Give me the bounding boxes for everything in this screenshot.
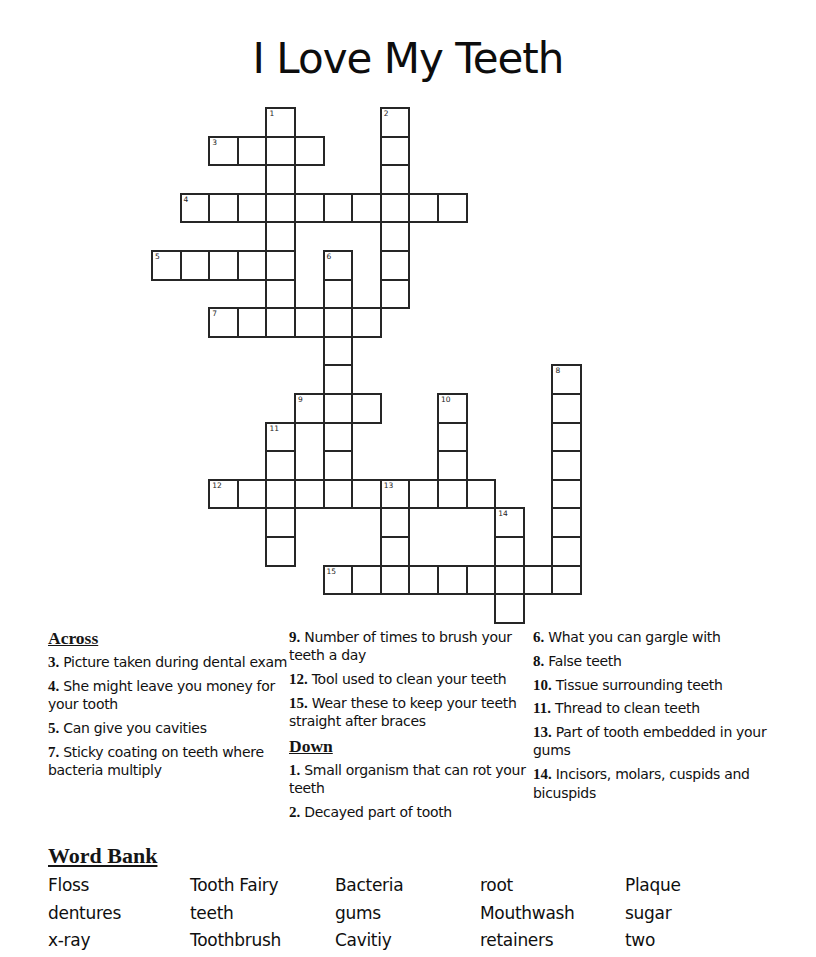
crossword-cell[interactable]: 10: [437, 393, 468, 424]
clues-column-3: 6.What you can gargle with8.False teeth1…: [533, 628, 795, 807]
clue-text: What you can gargle with: [548, 629, 720, 645]
clue-label: 13.: [533, 724, 552, 740]
crossword-cell[interactable]: [323, 307, 354, 338]
crossword-cell[interactable]: [351, 565, 382, 596]
crossword-cell[interactable]: [323, 193, 354, 224]
crossword-cell[interactable]: [237, 136, 268, 167]
crossword-cell[interactable]: [437, 422, 468, 453]
clue-number-14: 14: [498, 509, 508, 518]
crossword-cell[interactable]: [494, 565, 525, 596]
crossword-cell[interactable]: 12: [208, 479, 239, 510]
crossword-cell[interactable]: [323, 393, 354, 424]
clue-across-7: 7.Sticky coating on teeth where bacteria…: [48, 743, 298, 780]
crossword-cell[interactable]: 2: [380, 107, 411, 138]
word-bank-item: Floss: [48, 875, 190, 903]
word-bank-item: Tooth Fairy: [190, 875, 335, 903]
clue-text: Sticky coating on teeth where bacteria m…: [48, 744, 264, 778]
clue-text: Can give you cavities: [63, 720, 206, 736]
clues-column-2: 9.Number of times to brush your teeth a …: [289, 628, 533, 827]
clue-across-4: 4.She might leave you money for your too…: [48, 677, 298, 714]
crossword-cell[interactable]: 8: [551, 364, 582, 395]
word-bank-item: Cavitiy: [335, 930, 480, 957]
crossword-cell[interactable]: [208, 193, 239, 224]
crossword-cell[interactable]: [466, 479, 497, 510]
crossword-cell[interactable]: [180, 250, 211, 281]
clue-text: Decayed part of tooth: [304, 804, 452, 820]
word-bank-item: retainers: [480, 930, 625, 957]
down-heading: Down: [289, 736, 533, 756]
crossword-cell[interactable]: [351, 193, 382, 224]
crossword-cell[interactable]: [265, 164, 296, 195]
crossword-cell[interactable]: 11: [265, 422, 296, 453]
crossword-cell[interactable]: [351, 479, 382, 510]
crossword-cell[interactable]: 7: [208, 307, 239, 338]
crossword-cell[interactable]: [380, 565, 411, 596]
crossword-cell[interactable]: [265, 136, 296, 167]
clue-text: False teeth: [548, 653, 621, 669]
crossword-cell[interactable]: [551, 422, 582, 453]
crossword-cell[interactable]: [265, 450, 296, 481]
crossword-cell[interactable]: [380, 507, 411, 538]
word-bank-item: Mouthwash: [480, 903, 625, 931]
crossword-cell[interactable]: [380, 136, 411, 167]
crossword-cell[interactable]: [551, 393, 582, 424]
clue-text: Tissue surrounding teeth: [556, 677, 723, 693]
clue-label: 8.: [533, 653, 544, 669]
word-bank-item: gums: [335, 903, 480, 931]
word-bank-item: sugar: [625, 903, 778, 931]
clue-label: 2.: [289, 804, 300, 820]
crossword-cell[interactable]: [294, 136, 325, 167]
clue-number-3: 3: [212, 138, 217, 147]
crossword-cell[interactable]: 4: [180, 193, 211, 224]
crossword-cell[interactable]: [294, 479, 325, 510]
clue-down-10: 10.Tissue surrounding teeth: [533, 676, 795, 694]
crossword-cell[interactable]: [237, 250, 268, 281]
clue-text: Picture taken during dental exam: [63, 654, 287, 670]
crossword-cell[interactable]: [351, 393, 382, 424]
clue-down-2: 2.Decayed part of tooth: [289, 803, 533, 821]
clue-across-12: 12.Tool used to clean your teeth: [289, 670, 533, 688]
across-heading: Across: [48, 628, 298, 648]
clue-number-15: 15: [327, 567, 337, 576]
clue-label: 4.: [48, 678, 59, 694]
clue-number-8: 8: [555, 366, 560, 375]
crossword-cell[interactable]: [380, 279, 411, 310]
clue-down-8: 8.False teeth: [533, 652, 795, 670]
clue-across-9: 9.Number of times to brush your teeth a …: [289, 628, 533, 665]
word-bank-item: Toothbrush: [190, 930, 335, 957]
crossword-cell[interactable]: [437, 193, 468, 224]
clue-label: 7.: [48, 744, 59, 760]
clue-label: 10.: [533, 677, 552, 693]
crossword-cell[interactable]: [351, 307, 382, 338]
word-bank-item: two: [625, 930, 778, 957]
word-bank-item: teeth: [190, 903, 335, 931]
clue-across-3: 3.Picture taken during dental exam: [48, 653, 298, 671]
clue-down-11: 11.Thread to clean teeth: [533, 699, 795, 717]
crossword-cell[interactable]: [437, 479, 468, 510]
clue-number-12: 12: [212, 481, 222, 490]
clue-number-6: 6: [327, 252, 332, 261]
clue-text: She might leave you money for your tooth: [48, 678, 275, 712]
crossword-cell[interactable]: 13: [380, 479, 411, 510]
crossword-cell[interactable]: [380, 536, 411, 567]
crossword-cell[interactable]: [380, 193, 411, 224]
crossword-cell[interactable]: [265, 479, 296, 510]
crossword-cell[interactable]: [494, 593, 525, 624]
clue-text: Small organism that can rot your teeth: [289, 762, 526, 796]
clue-text: Thread to clean teeth: [555, 700, 700, 716]
clue-label: 12.: [289, 671, 308, 687]
crossword-cell[interactable]: 14: [494, 507, 525, 538]
crossword-cell[interactable]: [237, 479, 268, 510]
clue-label: 14.: [533, 766, 552, 782]
clue-text: Incisors, molars, cuspids and bicuspids: [533, 766, 750, 800]
clue-label: 3.: [48, 654, 59, 670]
clue-across-15: 15.Wear these to keep your teeth straigh…: [289, 694, 533, 731]
clue-text: Wear these to keep your teeth straight a…: [289, 695, 517, 729]
clue-number-10: 10: [441, 395, 451, 404]
clue-number-5: 5: [155, 252, 160, 261]
clue-number-11: 11: [269, 424, 279, 433]
crossword-cell[interactable]: [265, 221, 296, 252]
clue-label: 9.: [289, 629, 300, 645]
word-bank-item: dentures: [48, 903, 190, 931]
clue-down-1: 1.Small organism that can rot your teeth: [289, 761, 533, 798]
crossword-cell[interactable]: 1: [265, 107, 296, 138]
word-bank-item: root: [480, 875, 625, 903]
clue-down-6: 6.What you can gargle with: [533, 628, 795, 646]
crossword-cell[interactable]: [265, 279, 296, 310]
crossword-cell[interactable]: [323, 364, 354, 395]
crossword-cell[interactable]: [437, 450, 468, 481]
puzzle-title: I Love My Teeth: [0, 34, 816, 83]
clue-down-14: 14.Incisors, molars, cuspids and bicuspi…: [533, 765, 795, 802]
crossword-cell[interactable]: [380, 221, 411, 252]
clue-number-13: 13: [384, 481, 394, 490]
clue-number-9: 9: [298, 395, 303, 404]
crossword-cell[interactable]: [265, 536, 296, 567]
clue-across-5: 5.Can give you cavities: [48, 719, 298, 737]
word-bank-list: FlossTooth FairyBacteriarootPlaquedentur…: [48, 875, 778, 957]
crossword-cell[interactable]: 15: [323, 565, 354, 596]
crossword-cell[interactable]: [323, 479, 354, 510]
crossword-cell[interactable]: [323, 450, 354, 481]
crossword-cell[interactable]: [494, 536, 525, 567]
clues-column-1: Across3.Picture taken during dental exam…: [48, 628, 298, 785]
clue-text: Tool used to clean your teeth: [312, 671, 507, 687]
clue-number-2: 2: [384, 109, 389, 118]
clue-label: 15.: [289, 695, 308, 711]
crossword-cell[interactable]: [323, 422, 354, 453]
crossword-cell[interactable]: [265, 250, 296, 281]
crossword-cell[interactable]: [294, 193, 325, 224]
clue-number-4: 4: [184, 195, 189, 204]
word-bank-heading: Word Bank: [48, 843, 157, 869]
crossword-cell[interactable]: [323, 336, 354, 367]
crossword-cell[interactable]: [408, 193, 439, 224]
crossword-cell[interactable]: [265, 307, 296, 338]
clue-number-7: 7: [212, 309, 217, 318]
word-bank-item: Plaque: [625, 875, 778, 903]
crossword-cell[interactable]: [551, 565, 582, 596]
clue-text: Part of tooth embedded in your gums: [533, 724, 766, 758]
clue-down-13: 13.Part of tooth embedded in your gums: [533, 723, 795, 760]
crossword-cell[interactable]: [523, 565, 554, 596]
crossword-cell[interactable]: 5: [151, 250, 182, 281]
crossword-cell[interactable]: [551, 536, 582, 567]
crossword-cell[interactable]: [380, 250, 411, 281]
clue-label: 1.: [289, 762, 300, 778]
crossword-cell[interactable]: 3: [208, 136, 239, 167]
clue-text: Number of times to brush your teeth a da…: [289, 629, 512, 663]
crossword-cell[interactable]: [294, 307, 325, 338]
crossword-cell[interactable]: [551, 507, 582, 538]
clue-label: 6.: [533, 629, 544, 645]
crossword-grid: 123456789101112131415: [151, 107, 585, 627]
crossword-cell[interactable]: [408, 479, 439, 510]
crossword-cell[interactable]: [408, 565, 439, 596]
crossword-cell[interactable]: [237, 193, 268, 224]
clue-number-1: 1: [269, 109, 274, 118]
crossword-cell[interactable]: [466, 565, 497, 596]
crossword-cell[interactable]: [551, 479, 582, 510]
crossword-cell[interactable]: [265, 507, 296, 538]
clue-label: 5.: [48, 720, 59, 736]
crossword-cell[interactable]: [380, 164, 411, 195]
crossword-cell[interactable]: [265, 193, 296, 224]
clue-label: 11.: [533, 700, 551, 716]
crossword-cell[interactable]: [237, 307, 268, 338]
word-bank-item: x-ray: [48, 930, 190, 957]
crossword-cell[interactable]: [551, 450, 582, 481]
word-bank-item: Bacteria: [335, 875, 480, 903]
crossword-cell[interactable]: [323, 279, 354, 310]
crossword-cell[interactable]: [437, 565, 468, 596]
crossword-cell[interactable]: 6: [323, 250, 354, 281]
crossword-cell[interactable]: 9: [294, 393, 325, 424]
crossword-cell[interactable]: [208, 250, 239, 281]
